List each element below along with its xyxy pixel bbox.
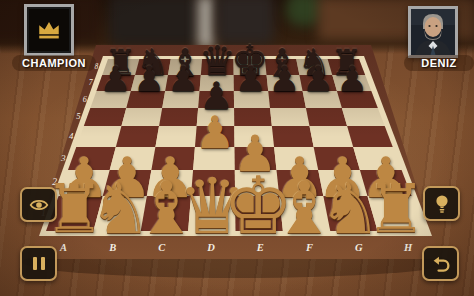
white-player-badge bbox=[24, 4, 74, 56]
piece-black-pawn-c7[interactable]: ♟ bbox=[167, 62, 198, 97]
pause-icon bbox=[33, 257, 45, 270]
chess-app-screen: 87654321ABCDEFGH ♜♞♝♛♚♝♞♜♟♟♟♟♟♟♟♟♟♟♟♟♟♟♟… bbox=[0, 0, 474, 296]
undo-arrow-icon bbox=[431, 255, 451, 273]
black-player-badge bbox=[408, 6, 458, 58]
undo-button[interactable] bbox=[422, 246, 459, 281]
piece-white-pawn-d4[interactable]: ♟ bbox=[195, 110, 235, 155]
rank-label-4: 4 bbox=[69, 131, 74, 141]
piece-black-pawn-h7[interactable]: ♟ bbox=[336, 62, 367, 97]
champion-crown-icon bbox=[36, 17, 62, 43]
lightbulb-icon bbox=[434, 194, 450, 214]
hint-button[interactable] bbox=[423, 186, 460, 221]
piece-black-pawn-g7[interactable]: ♟ bbox=[303, 62, 334, 97]
black-player-name: DENIZ bbox=[404, 55, 474, 71]
piece-white-rook-h1[interactable]: ♜ bbox=[366, 176, 426, 243]
piece-black-pawn-f7[interactable]: ♟ bbox=[269, 62, 300, 97]
pause-button[interactable] bbox=[20, 246, 57, 281]
opponent-avatar bbox=[411, 9, 455, 55]
white-player-name: CHAMPION bbox=[12, 55, 96, 71]
piece-black-pawn-b7[interactable]: ♟ bbox=[134, 62, 165, 97]
piece-black-pawn-e7[interactable]: ♟ bbox=[235, 62, 266, 97]
rank-label-5: 5 bbox=[76, 111, 81, 121]
piece-black-pawn-a7[interactable]: ♟ bbox=[100, 62, 131, 97]
